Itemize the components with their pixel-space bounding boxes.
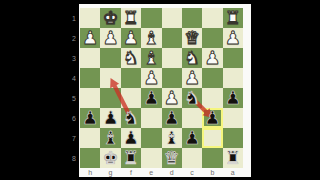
square-f4[interactable] xyxy=(121,68,141,88)
square-f8[interactable] xyxy=(121,148,141,168)
rank-label-3: 3 xyxy=(66,48,78,68)
video-frame: 12345678 ♚♜♜♟♟♟♝♛♟♞♝♞♟♟♟♟♚♜♜♛♝♝♟♟♟♟♞♟♟♟♞… xyxy=(0,0,320,180)
square-g8[interactable] xyxy=(100,148,120,168)
square-c6[interactable] xyxy=(182,108,202,128)
square-f7[interactable] xyxy=(121,128,141,148)
square-c5[interactable] xyxy=(182,88,202,108)
square-h5[interactable] xyxy=(80,88,100,108)
square-h8[interactable] xyxy=(80,148,100,168)
rank-label-4: 4 xyxy=(66,68,78,88)
square-f5[interactable] xyxy=(121,88,141,108)
square-e6[interactable] xyxy=(141,108,161,128)
square-h3[interactable] xyxy=(80,48,100,68)
rank-label-8: 8 xyxy=(66,148,78,168)
square-e3[interactable] xyxy=(141,48,161,68)
rank-label-5: 5 xyxy=(66,88,78,108)
rank-label-1: 1 xyxy=(66,8,78,28)
file-label-f: f xyxy=(121,168,141,177)
file-label-d: d xyxy=(162,168,182,177)
file-label-g: g xyxy=(100,168,120,177)
chess-board[interactable] xyxy=(80,8,243,168)
square-c4[interactable] xyxy=(182,68,202,88)
square-g3[interactable] xyxy=(100,48,120,68)
square-d6[interactable] xyxy=(162,108,182,128)
file-label-h: h xyxy=(80,168,100,177)
square-a1[interactable] xyxy=(223,8,243,28)
square-d4[interactable] xyxy=(162,68,182,88)
square-a7[interactable] xyxy=(223,128,243,148)
file-labels: hgfedcba xyxy=(80,168,243,177)
rank-label-6: 6 xyxy=(66,108,78,128)
square-f1[interactable] xyxy=(121,8,141,28)
square-b1[interactable] xyxy=(202,8,222,28)
square-d7[interactable] xyxy=(162,128,182,148)
square-d5[interactable] xyxy=(162,88,182,108)
square-g7[interactable] xyxy=(100,128,120,148)
square-b7[interactable] xyxy=(202,128,222,148)
square-a5[interactable] xyxy=(223,88,243,108)
square-d3[interactable] xyxy=(162,48,182,68)
square-e1[interactable] xyxy=(141,8,161,28)
square-e4[interactable] xyxy=(141,68,161,88)
square-a8[interactable] xyxy=(223,148,243,168)
square-f6[interactable] xyxy=(121,108,141,128)
square-b4[interactable] xyxy=(202,68,222,88)
square-d8[interactable] xyxy=(162,148,182,168)
square-c8[interactable] xyxy=(182,148,202,168)
square-h7[interactable] xyxy=(80,128,100,148)
square-g4[interactable] xyxy=(100,68,120,88)
square-a6[interactable] xyxy=(223,108,243,128)
square-d1[interactable] xyxy=(162,8,182,28)
square-f2[interactable] xyxy=(121,28,141,48)
square-g6[interactable] xyxy=(100,108,120,128)
square-h6[interactable] xyxy=(80,108,100,128)
rank-labels: 12345678 xyxy=(66,8,78,168)
square-h2[interactable] xyxy=(80,28,100,48)
square-c2[interactable] xyxy=(182,28,202,48)
square-a3[interactable] xyxy=(223,48,243,68)
square-a4[interactable] xyxy=(223,68,243,88)
rank-label-2: 2 xyxy=(66,28,78,48)
square-g1[interactable] xyxy=(100,8,120,28)
square-b5[interactable] xyxy=(202,88,222,108)
square-h4[interactable] xyxy=(80,68,100,88)
file-label-e: e xyxy=(141,168,161,177)
file-label-a: a xyxy=(223,168,243,177)
square-c1[interactable] xyxy=(182,8,202,28)
square-g5[interactable] xyxy=(100,88,120,108)
square-e8[interactable] xyxy=(141,148,161,168)
file-label-b: b xyxy=(202,168,222,177)
square-e2[interactable] xyxy=(141,28,161,48)
square-f3[interactable] xyxy=(121,48,141,68)
square-b6[interactable] xyxy=(202,108,222,128)
square-b8[interactable] xyxy=(202,148,222,168)
square-c3[interactable] xyxy=(182,48,202,68)
square-g2[interactable] xyxy=(100,28,120,48)
square-a2[interactable] xyxy=(223,28,243,48)
rank-label-7: 7 xyxy=(66,128,78,148)
square-e7[interactable] xyxy=(141,128,161,148)
square-b3[interactable] xyxy=(202,48,222,68)
square-b2[interactable] xyxy=(202,28,222,48)
square-c7[interactable] xyxy=(182,128,202,148)
file-label-c: c xyxy=(182,168,202,177)
square-h1[interactable] xyxy=(80,8,100,28)
square-e5[interactable] xyxy=(141,88,161,108)
square-d2[interactable] xyxy=(162,28,182,48)
